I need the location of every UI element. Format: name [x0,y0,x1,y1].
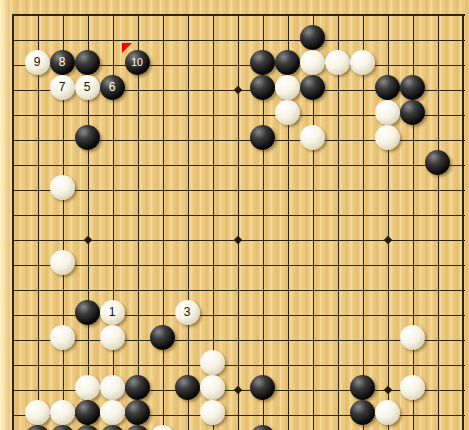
grid-line-h [12,265,465,266]
move-number: 5 [84,81,91,93]
stone-white-C9[interactable] [50,250,75,275]
move-number: 9 [34,56,41,68]
grid-line-v [363,14,364,430]
stone-black-N18[interactable] [300,25,325,50]
stone-black-D2[interactable] [75,425,100,430]
star-point [384,386,392,394]
stone-white-G2[interactable] [150,425,175,430]
star-point [234,86,242,94]
stone-white-B3[interactable] [25,400,50,425]
stone-white-Q3[interactable] [375,400,400,425]
stone-black-N16[interactable] [300,75,325,100]
move-number: 1 [109,306,116,318]
board-edge-line [462,14,464,430]
stone-black-E2[interactable] [100,425,125,430]
stone-white-B17[interactable]: 9 [25,50,50,75]
move-number: 3 [184,306,191,318]
grid-line-v [163,14,164,430]
stone-white-N17[interactable] [300,50,325,75]
stone-black-L4[interactable] [250,375,275,400]
stone-black-S13[interactable] [425,150,450,175]
stone-black-F17[interactable]: 10 [125,50,150,75]
stone-white-J5[interactable] [200,350,225,375]
stone-white-Q15[interactable] [375,100,400,125]
star-point [234,386,242,394]
stone-white-R6[interactable] [400,325,425,350]
stone-white-O17[interactable] [325,50,350,75]
stone-black-B2[interactable] [25,425,50,430]
stone-black-H4[interactable] [175,375,200,400]
stone-black-G6[interactable] [150,325,175,350]
stone-white-E7[interactable]: 1 [100,300,125,325]
grid-line-h [12,365,465,366]
stone-black-L14[interactable] [250,125,275,150]
stone-black-F4[interactable] [125,375,150,400]
stone-black-L17[interactable] [250,50,275,75]
stone-white-D4[interactable] [75,375,100,400]
wood-grain-highlight [0,0,8,430]
stone-black-C2[interactable] [50,425,75,430]
stone-black-R15[interactable] [400,100,425,125]
grid-line-v [138,14,139,430]
star-point [234,236,242,244]
stone-black-L2[interactable] [250,425,275,430]
star-point [384,236,392,244]
stone-white-E6[interactable] [100,325,125,350]
stone-white-E4[interactable] [100,375,125,400]
stone-white-J4[interactable] [200,375,225,400]
stone-black-D7[interactable] [75,300,100,325]
board-edge-line [12,14,14,430]
stone-black-D14[interactable] [75,125,100,150]
stone-black-P3[interactable] [350,400,375,425]
stone-black-P4[interactable] [350,375,375,400]
grid-line-h [12,215,465,216]
grid-line-h [12,340,465,341]
stone-black-F2[interactable] [125,425,150,430]
stone-black-L16[interactable] [250,75,275,100]
move-number: 10 [131,57,143,68]
stone-white-R4[interactable] [400,375,425,400]
stone-black-D17[interactable] [75,50,100,75]
move-number: 8 [59,56,66,68]
stone-black-C17[interactable]: 8 [50,50,75,75]
stone-white-M15[interactable] [275,100,300,125]
move-number: 7 [59,81,66,93]
stone-black-R16[interactable] [400,75,425,100]
stone-white-P17[interactable] [350,50,375,75]
stone-white-H7[interactable]: 3 [175,300,200,325]
stone-black-D3[interactable] [75,400,100,425]
grid-line-v [188,14,189,430]
stone-white-Q14[interactable] [375,125,400,150]
stone-white-C16[interactable]: 7 [50,75,75,100]
grid-line-h [12,40,465,41]
stone-white-C12[interactable] [50,175,75,200]
stone-black-M17[interactable] [275,50,300,75]
grid-line-v [238,14,239,430]
grid-line-v [338,14,339,430]
stone-white-J3[interactable] [200,400,225,425]
stone-white-E3[interactable] [100,400,125,425]
stone-black-F3[interactable] [125,400,150,425]
stone-white-C6[interactable] [50,325,75,350]
stone-white-D16[interactable]: 5 [75,75,100,100]
grid-line-h [12,165,465,166]
stone-white-M16[interactable] [275,75,300,100]
stone-white-C3[interactable] [50,400,75,425]
last-move-marker [122,43,132,53]
stone-black-Q16[interactable] [375,75,400,100]
stone-black-E16[interactable]: 6 [100,75,125,100]
grid-line-v [38,14,39,430]
go-board[interactable]: 981075613 [0,0,469,430]
star-point [84,236,92,244]
stone-white-N14[interactable] [300,125,325,150]
board-edge-line [12,14,465,16]
move-number: 6 [109,81,116,93]
grid-line-h [12,190,465,191]
grid-line-h [12,290,465,291]
grid-line-v [438,14,439,430]
